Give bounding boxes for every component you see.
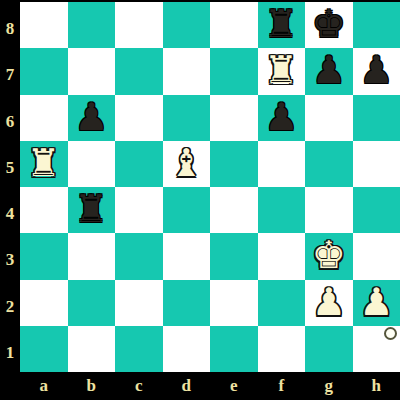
square-f3[interactable] <box>258 233 306 279</box>
chess-board: ♜♚♜♟♟♟♟♜♝♜♚♟♟ <box>20 2 400 372</box>
white-to-move-indicator <box>384 327 397 340</box>
square-a1[interactable] <box>20 326 68 372</box>
square-f8[interactable]: ♜ <box>258 2 306 48</box>
square-c2[interactable] <box>115 280 163 326</box>
file-label-b: b <box>68 372 116 400</box>
square-g5[interactable] <box>305 141 353 187</box>
rank-label-2: 2 <box>0 280 20 326</box>
file-label-f: f <box>258 372 306 400</box>
square-e8[interactable] <box>210 2 258 48</box>
square-f7[interactable]: ♜ <box>258 48 306 94</box>
square-d1[interactable] <box>163 326 211 372</box>
square-f1[interactable] <box>258 326 306 372</box>
file-label-h: h <box>353 372 400 400</box>
square-c4[interactable] <box>115 187 163 233</box>
square-a2[interactable] <box>20 280 68 326</box>
chess-board-frame: 87654321 ♜♚♜♟♟♟♟♜♝♜♚♟♟ abcdefgh <box>0 0 400 400</box>
black-pawn-icon[interactable]: ♟ <box>74 98 108 136</box>
square-f5[interactable] <box>258 141 306 187</box>
square-b4[interactable]: ♜ <box>68 187 116 233</box>
square-b2[interactable] <box>68 280 116 326</box>
file-label-d: d <box>163 372 211 400</box>
square-d4[interactable] <box>163 187 211 233</box>
rank-label-8: 8 <box>0 2 20 48</box>
black-pawn-icon[interactable]: ♟ <box>312 51 346 89</box>
square-e6[interactable] <box>210 95 258 141</box>
rank-label-3: 3 <box>0 233 20 279</box>
file-coordinates: abcdefgh <box>20 372 400 400</box>
file-label-e: e <box>210 372 258 400</box>
square-a4[interactable] <box>20 187 68 233</box>
square-d5[interactable]: ♝ <box>163 141 211 187</box>
square-d7[interactable] <box>163 48 211 94</box>
square-c7[interactable] <box>115 48 163 94</box>
square-f4[interactable] <box>258 187 306 233</box>
square-h7[interactable]: ♟ <box>353 48 400 94</box>
square-g1[interactable] <box>305 326 353 372</box>
black-king-icon[interactable]: ♚ <box>312 5 346 43</box>
square-d8[interactable] <box>163 2 211 48</box>
rank-label-4: 4 <box>0 187 20 233</box>
square-h8[interactable] <box>353 2 400 48</box>
square-e4[interactable] <box>210 187 258 233</box>
white-pawn-icon[interactable]: ♟ <box>312 283 346 321</box>
square-d6[interactable] <box>163 95 211 141</box>
square-h5[interactable] <box>353 141 400 187</box>
square-e7[interactable] <box>210 48 258 94</box>
square-h3[interactable] <box>353 233 400 279</box>
square-g7[interactable]: ♟ <box>305 48 353 94</box>
square-e1[interactable] <box>210 326 258 372</box>
file-label-g: g <box>305 372 353 400</box>
square-g4[interactable] <box>305 187 353 233</box>
square-a6[interactable] <box>20 95 68 141</box>
square-b8[interactable] <box>68 2 116 48</box>
square-e2[interactable] <box>210 280 258 326</box>
square-f6[interactable]: ♟ <box>258 95 306 141</box>
black-rook-icon[interactable]: ♜ <box>74 190 108 228</box>
square-b5[interactable] <box>68 141 116 187</box>
square-e5[interactable] <box>210 141 258 187</box>
square-d2[interactable] <box>163 280 211 326</box>
square-b1[interactable] <box>68 326 116 372</box>
rank-label-5: 5 <box>0 141 20 187</box>
black-pawn-icon[interactable]: ♟ <box>264 98 298 136</box>
white-pawn-icon[interactable]: ♟ <box>359 283 393 321</box>
file-label-c: c <box>115 372 163 400</box>
square-h4[interactable] <box>353 187 400 233</box>
square-a7[interactable] <box>20 48 68 94</box>
square-g2[interactable]: ♟ <box>305 280 353 326</box>
square-c8[interactable] <box>115 2 163 48</box>
square-g8[interactable]: ♚ <box>305 2 353 48</box>
black-pawn-icon[interactable]: ♟ <box>359 51 393 89</box>
rank-label-7: 7 <box>0 48 20 94</box>
square-b6[interactable]: ♟ <box>68 95 116 141</box>
square-h2[interactable]: ♟ <box>353 280 400 326</box>
rank-label-1: 1 <box>0 326 20 372</box>
square-c6[interactable] <box>115 95 163 141</box>
square-a8[interactable] <box>20 2 68 48</box>
square-b7[interactable] <box>68 48 116 94</box>
white-rook-icon[interactable]: ♜ <box>27 144 61 182</box>
square-a5[interactable]: ♜ <box>20 141 68 187</box>
square-h6[interactable] <box>353 95 400 141</box>
black-rook-icon[interactable]: ♜ <box>264 5 298 43</box>
square-f2[interactable] <box>258 280 306 326</box>
square-d3[interactable] <box>163 233 211 279</box>
white-king-icon[interactable]: ♚ <box>312 236 346 274</box>
rank-coordinates: 87654321 <box>0 2 20 372</box>
square-c3[interactable] <box>115 233 163 279</box>
square-g6[interactable] <box>305 95 353 141</box>
white-rook-icon[interactable]: ♜ <box>264 51 298 89</box>
square-g3[interactable]: ♚ <box>305 233 353 279</box>
square-e3[interactable] <box>210 233 258 279</box>
file-label-a: a <box>20 372 68 400</box>
square-a3[interactable] <box>20 233 68 279</box>
square-c1[interactable] <box>115 326 163 372</box>
square-c5[interactable] <box>115 141 163 187</box>
rank-label-6: 6 <box>0 95 20 141</box>
square-b3[interactable] <box>68 233 116 279</box>
white-bishop-icon[interactable]: ♝ <box>169 144 203 182</box>
